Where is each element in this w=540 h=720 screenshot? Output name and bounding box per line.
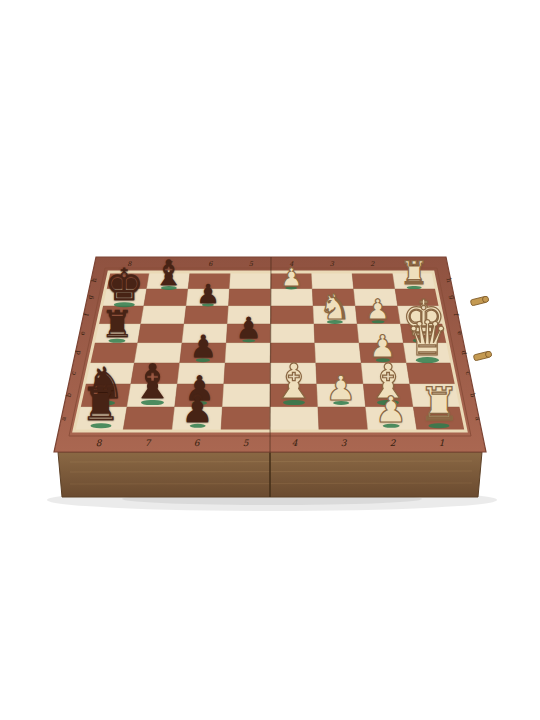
square-c8 [84,363,134,384]
square-g7 [144,289,188,306]
square-h4 [271,272,312,289]
square-e6 [182,324,227,343]
file-label-right-b: b [468,392,477,397]
square-d2 [359,343,406,363]
square-c2 [361,363,410,384]
square-f5 [227,306,270,324]
rank-label-far-1: 1 [411,260,415,268]
square-f1 [398,306,444,324]
square-e4 [271,324,315,343]
square-h8 [105,272,149,289]
square-f6 [184,306,228,324]
square-f4 [271,306,314,324]
square-c6 [177,363,225,384]
square-b1 [410,384,461,407]
file-label-right-d: d [459,350,468,355]
square-a4 [270,407,319,431]
rank-label-near-4: 4 [292,438,298,448]
square-b4 [270,384,318,407]
chess-set-product-photo: 8877665544332211hhggffeeddccbbaa ♝♟♜♚♟♞♟… [0,0,540,720]
square-b6 [175,384,224,407]
square-a3 [318,407,368,431]
square-e3 [314,324,359,343]
square-f7 [141,306,186,324]
file-label-right-e: e [455,331,464,336]
square-d8 [89,343,138,363]
square-f8 [98,306,144,324]
square-g2 [354,289,398,306]
file-label-right-a: a [473,416,482,421]
square-d7 [134,343,182,363]
brass-latch-2 [473,351,492,361]
square-h6 [188,272,230,289]
square-b7 [127,384,177,407]
square-g4 [271,289,313,306]
square-a8 [74,407,127,431]
square-a6 [172,407,222,431]
square-h3 [312,272,354,289]
square-a2 [366,407,417,431]
square-c7 [131,363,180,384]
square-e8 [93,324,140,343]
square-h2 [352,272,395,289]
square-c4 [270,363,317,384]
brass-latch-1 [470,296,489,306]
square-e5 [226,324,270,343]
square-g8 [102,289,147,306]
square-f3 [313,306,357,324]
square-h7 [147,272,190,289]
square-g1 [395,289,440,306]
square-e1 [401,324,448,343]
square-d3 [315,343,361,363]
square-b8 [79,384,131,407]
square-h1 [393,272,437,289]
square-a7 [123,407,175,431]
square-b3 [317,384,366,407]
square-g5 [229,289,271,306]
square-a5 [221,407,270,431]
square-e7 [138,324,184,343]
square-g3 [312,289,355,306]
square-d1 [403,343,452,363]
square-b2 [363,384,413,407]
square-a1 [413,407,466,431]
square-g6 [186,289,229,306]
rank-label-near-1: 1 [439,438,445,448]
square-h5 [230,272,272,289]
chess-board: 8877665544332211hhggffeeddccbbaa [0,0,540,720]
square-d6 [180,343,227,363]
square-c5 [224,363,271,384]
square-e2 [357,324,403,343]
square-c1 [407,363,457,384]
square-b5 [222,384,270,407]
square-f2 [355,306,400,324]
square-d4 [270,343,315,363]
file-label-right-g: g [448,294,457,299]
square-d5 [225,343,271,363]
square-c3 [316,363,364,384]
